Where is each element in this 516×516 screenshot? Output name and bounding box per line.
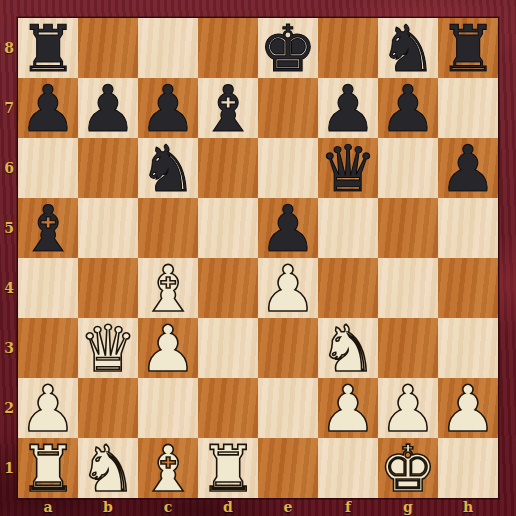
square-b5[interactable] (78, 198, 138, 258)
piece-white-rook[interactable]: ♜ (19, 439, 76, 499)
piece-black-pawn[interactable]: ♟ (439, 139, 496, 199)
piece-black-king[interactable]: ♚ (259, 19, 316, 79)
rank-label-6: 6 (0, 138, 18, 198)
square-g8[interactable]: ♞ (378, 18, 438, 78)
square-e7[interactable] (258, 78, 318, 138)
square-g1[interactable]: ♚ (378, 438, 438, 498)
square-c3[interactable]: ♟ (138, 318, 198, 378)
chess-board[interactable]: ♜♚♞♜♟♟♟♝♟♟♞♛♟♝♟♝♟♛♟♞♟♟♟♟♜♞♝♜♚ (18, 18, 498, 498)
rank-label-2: 2 (0, 378, 18, 438)
piece-white-bishop[interactable]: ♝ (139, 259, 196, 319)
piece-white-rook[interactable]: ♜ (199, 439, 256, 499)
square-d6[interactable] (198, 138, 258, 198)
piece-white-pawn[interactable]: ♟ (439, 379, 496, 439)
file-labels: abcdefgh (18, 498, 498, 516)
rank-label-8: 8 (0, 18, 18, 78)
square-f5[interactable] (318, 198, 378, 258)
square-b3[interactable]: ♛ (78, 318, 138, 378)
piece-white-pawn[interactable]: ♟ (319, 379, 376, 439)
square-b4[interactable] (78, 258, 138, 318)
file-label-d: d (198, 498, 258, 516)
piece-white-pawn[interactable]: ♟ (259, 259, 316, 319)
square-g4[interactable] (378, 258, 438, 318)
board-frame: 87654321 ♜♚♞♜♟♟♟♝♟♟♞♛♟♝♟♝♟♛♟♞♟♟♟♟♜♞♝♜♚ a… (0, 0, 516, 516)
square-e3[interactable] (258, 318, 318, 378)
square-a7[interactable]: ♟ (18, 78, 78, 138)
square-c7[interactable]: ♟ (138, 78, 198, 138)
square-f6[interactable]: ♛ (318, 138, 378, 198)
square-f8[interactable] (318, 18, 378, 78)
square-e1[interactable] (258, 438, 318, 498)
file-label-a: a (18, 498, 78, 516)
piece-white-pawn[interactable]: ♟ (19, 379, 76, 439)
square-b7[interactable]: ♟ (78, 78, 138, 138)
square-c6[interactable]: ♞ (138, 138, 198, 198)
square-h7[interactable] (438, 78, 498, 138)
square-h1[interactable] (438, 438, 498, 498)
square-e8[interactable]: ♚ (258, 18, 318, 78)
rank-label-3: 3 (0, 318, 18, 378)
square-a1[interactable]: ♜ (18, 438, 78, 498)
piece-white-king[interactable]: ♚ (379, 439, 436, 499)
file-label-e: e (258, 498, 318, 516)
square-b6[interactable] (78, 138, 138, 198)
square-d5[interactable] (198, 198, 258, 258)
file-label-f: f (318, 498, 378, 516)
square-g2[interactable]: ♟ (378, 378, 438, 438)
square-g6[interactable] (378, 138, 438, 198)
square-a5[interactable]: ♝ (18, 198, 78, 258)
square-f1[interactable] (318, 438, 378, 498)
square-f2[interactable]: ♟ (318, 378, 378, 438)
square-c5[interactable] (138, 198, 198, 258)
square-e5[interactable]: ♟ (258, 198, 318, 258)
square-d8[interactable] (198, 18, 258, 78)
square-h3[interactable] (438, 318, 498, 378)
square-d7[interactable]: ♝ (198, 78, 258, 138)
square-h4[interactable] (438, 258, 498, 318)
piece-black-queen[interactable]: ♛ (319, 139, 376, 199)
square-a2[interactable]: ♟ (18, 378, 78, 438)
square-b2[interactable] (78, 378, 138, 438)
square-d3[interactable] (198, 318, 258, 378)
square-e2[interactable] (258, 378, 318, 438)
piece-black-knight[interactable]: ♞ (139, 139, 196, 199)
piece-black-pawn[interactable]: ♟ (379, 79, 436, 139)
square-f4[interactable] (318, 258, 378, 318)
square-c8[interactable] (138, 18, 198, 78)
piece-black-rook[interactable]: ♜ (19, 19, 76, 79)
square-c1[interactable]: ♝ (138, 438, 198, 498)
rank-label-4: 4 (0, 258, 18, 318)
square-a4[interactable] (18, 258, 78, 318)
rank-label-1: 1 (0, 438, 18, 498)
square-e4[interactable]: ♟ (258, 258, 318, 318)
file-label-h: h (438, 498, 498, 516)
piece-black-pawn[interactable]: ♟ (259, 199, 316, 259)
file-label-c: c (138, 498, 198, 516)
piece-white-bishop[interactable]: ♝ (139, 439, 196, 499)
piece-black-pawn[interactable]: ♟ (79, 79, 136, 139)
piece-white-knight[interactable]: ♞ (79, 439, 136, 499)
rank-labels: 87654321 (0, 18, 18, 498)
square-h2[interactable]: ♟ (438, 378, 498, 438)
square-e6[interactable] (258, 138, 318, 198)
piece-black-rook[interactable]: ♜ (439, 19, 496, 79)
square-f3[interactable]: ♞ (318, 318, 378, 378)
piece-white-queen[interactable]: ♛ (79, 319, 136, 379)
square-a6[interactable] (18, 138, 78, 198)
file-label-g: g (378, 498, 438, 516)
square-a3[interactable] (18, 318, 78, 378)
square-d4[interactable] (198, 258, 258, 318)
square-c4[interactable]: ♝ (138, 258, 198, 318)
square-g5[interactable] (378, 198, 438, 258)
square-g3[interactable] (378, 318, 438, 378)
rank-label-5: 5 (0, 198, 18, 258)
square-d1[interactable]: ♜ (198, 438, 258, 498)
rank-label-7: 7 (0, 78, 18, 138)
piece-black-pawn[interactable]: ♟ (319, 79, 376, 139)
piece-black-pawn[interactable]: ♟ (19, 79, 76, 139)
file-label-b: b (78, 498, 138, 516)
piece-white-knight[interactable]: ♞ (319, 319, 376, 379)
square-b1[interactable]: ♞ (78, 438, 138, 498)
piece-white-pawn[interactable]: ♟ (139, 319, 196, 379)
square-a8[interactable]: ♜ (18, 18, 78, 78)
piece-black-bishop[interactable]: ♝ (199, 79, 256, 139)
square-h8[interactable]: ♜ (438, 18, 498, 78)
square-h6[interactable]: ♟ (438, 138, 498, 198)
piece-black-bishop[interactable]: ♝ (19, 199, 76, 259)
piece-white-pawn[interactable]: ♟ (379, 379, 436, 439)
square-b8[interactable] (78, 18, 138, 78)
piece-black-knight[interactable]: ♞ (379, 19, 436, 79)
piece-black-pawn[interactable]: ♟ (139, 79, 196, 139)
square-c2[interactable] (138, 378, 198, 438)
square-d2[interactable] (198, 378, 258, 438)
square-h5[interactable] (438, 198, 498, 258)
square-g7[interactable]: ♟ (378, 78, 438, 138)
square-f7[interactable]: ♟ (318, 78, 378, 138)
